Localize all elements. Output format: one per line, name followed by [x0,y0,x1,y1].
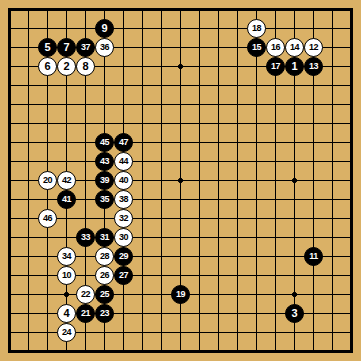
intersection-G7[interactable]: 30 [114,228,133,247]
intersection-R4[interactable] [304,285,323,304]
stone-white-38-G9[interactable]: 38 [114,190,133,209]
intersection-L9[interactable] [190,190,209,209]
intersection-H9[interactable] [133,190,152,209]
intersection-B19[interactable] [19,0,38,19]
intersection-J8[interactable] [152,209,171,228]
intersection-Q13[interactable] [285,114,304,133]
intersection-F4[interactable]: 25 [95,285,114,304]
intersection-G11[interactable]: 44 [114,152,133,171]
intersection-O8[interactable] [247,209,266,228]
intersection-B14[interactable] [19,95,38,114]
intersection-E18[interactable] [76,19,95,38]
intersection-R9[interactable] [304,190,323,209]
intersection-D6[interactable]: 34 [57,247,76,266]
stone-black-11-R6[interactable]: 11 [304,247,323,266]
intersection-H6[interactable] [133,247,152,266]
intersection-B13[interactable] [19,114,38,133]
intersection-G2[interactable] [114,323,133,342]
intersection-L7[interactable] [190,228,209,247]
intersection-C2[interactable] [38,323,57,342]
intersection-O6[interactable] [247,247,266,266]
intersection-J6[interactable] [152,247,171,266]
intersection-G10[interactable]: 40 [114,171,133,190]
intersection-K9[interactable] [171,190,190,209]
intersection-T1[interactable] [342,342,361,361]
intersection-D5[interactable]: 10 [57,266,76,285]
stone-white-10-D5[interactable]: 10 [57,266,76,285]
intersection-D12[interactable] [57,133,76,152]
intersection-O13[interactable] [247,114,266,133]
intersection-L6[interactable] [190,247,209,266]
intersection-N13[interactable] [228,114,247,133]
intersection-D7[interactable] [57,228,76,247]
intersection-Q12[interactable] [285,133,304,152]
intersection-H8[interactable] [133,209,152,228]
intersection-D17[interactable]: 7 [57,38,76,57]
intersection-F7[interactable]: 31 [95,228,114,247]
intersection-S12[interactable] [323,133,342,152]
stone-black-43-F11[interactable]: 43 [95,152,114,171]
intersection-A13[interactable] [0,114,19,133]
intersection-A16[interactable] [0,57,19,76]
intersection-Q11[interactable] [285,152,304,171]
intersection-N3[interactable] [228,304,247,323]
intersection-B4[interactable] [19,285,38,304]
intersection-O12[interactable] [247,133,266,152]
intersection-T6[interactable] [342,247,361,266]
intersection-Q16[interactable]: 1 [285,57,304,76]
intersection-P10[interactable] [266,171,285,190]
intersection-E9[interactable] [76,190,95,209]
intersection-C15[interactable] [38,76,57,95]
stone-white-32-G8[interactable]: 32 [114,209,133,228]
intersection-A5[interactable] [0,266,19,285]
stone-black-3-Q3[interactable]: 3 [285,304,304,323]
intersection-C10[interactable]: 20 [38,171,57,190]
intersection-K8[interactable] [171,209,190,228]
intersection-N7[interactable] [228,228,247,247]
intersection-M6[interactable] [209,247,228,266]
intersection-H5[interactable] [133,266,152,285]
intersection-A6[interactable] [0,247,19,266]
intersection-E5[interactable] [76,266,95,285]
intersection-M7[interactable] [209,228,228,247]
intersection-F16[interactable] [95,57,114,76]
intersection-O9[interactable] [247,190,266,209]
intersection-P3[interactable] [266,304,285,323]
intersection-E15[interactable] [76,76,95,95]
intersection-G14[interactable] [114,95,133,114]
intersection-J15[interactable] [152,76,171,95]
intersection-E2[interactable] [76,323,95,342]
intersection-O15[interactable] [247,76,266,95]
intersection-B6[interactable] [19,247,38,266]
intersection-C9[interactable] [38,190,57,209]
intersection-O5[interactable] [247,266,266,285]
intersection-S4[interactable] [323,285,342,304]
intersection-M17[interactable] [209,38,228,57]
stone-white-46-C8[interactable]: 46 [38,209,57,228]
intersection-G8[interactable]: 32 [114,209,133,228]
intersection-B8[interactable] [19,209,38,228]
intersection-B11[interactable] [19,152,38,171]
intersection-H16[interactable] [133,57,152,76]
intersection-F17[interactable]: 36 [95,38,114,57]
stone-black-29-G6[interactable]: 29 [114,247,133,266]
intersection-B17[interactable] [19,38,38,57]
intersection-M11[interactable] [209,152,228,171]
intersection-F9[interactable]: 35 [95,190,114,209]
intersection-F13[interactable] [95,114,114,133]
intersection-H11[interactable] [133,152,152,171]
intersection-O1[interactable] [247,342,266,361]
intersection-K16[interactable] [171,57,190,76]
intersection-P16[interactable]: 17 [266,57,285,76]
intersection-T2[interactable] [342,323,361,342]
intersection-O18[interactable]: 18 [247,19,266,38]
stone-black-47-G12[interactable]: 47 [114,133,133,152]
intersection-S16[interactable] [323,57,342,76]
intersection-M5[interactable] [209,266,228,285]
intersection-B12[interactable] [19,133,38,152]
intersection-J2[interactable] [152,323,171,342]
stone-black-35-F9[interactable]: 35 [95,190,114,209]
intersection-M10[interactable] [209,171,228,190]
intersection-L4[interactable] [190,285,209,304]
stone-white-20-C10[interactable]: 20 [38,171,57,190]
stone-black-23-F3[interactable]: 23 [95,304,114,323]
intersection-E1[interactable] [76,342,95,361]
intersection-Q7[interactable] [285,228,304,247]
intersection-C17[interactable]: 5 [38,38,57,57]
intersection-S6[interactable] [323,247,342,266]
intersection-C6[interactable] [38,247,57,266]
intersection-K14[interactable] [171,95,190,114]
intersection-H7[interactable] [133,228,152,247]
intersection-M8[interactable] [209,209,228,228]
intersection-T19[interactable] [342,0,361,19]
intersection-H17[interactable] [133,38,152,57]
intersection-R13[interactable] [304,114,323,133]
intersection-J18[interactable] [152,19,171,38]
intersection-K15[interactable] [171,76,190,95]
intersection-L2[interactable] [190,323,209,342]
intersection-Q4[interactable] [285,285,304,304]
intersection-B9[interactable] [19,190,38,209]
intersection-F2[interactable] [95,323,114,342]
stone-black-17-P16[interactable]: 17 [266,57,285,76]
intersection-M14[interactable] [209,95,228,114]
intersection-P7[interactable] [266,228,285,247]
intersection-H3[interactable] [133,304,152,323]
intersection-B7[interactable] [19,228,38,247]
intersection-D10[interactable]: 42 [57,171,76,190]
intersection-D19[interactable] [57,0,76,19]
intersection-F1[interactable] [95,342,114,361]
intersection-A12[interactable] [0,133,19,152]
intersection-J19[interactable] [152,0,171,19]
intersection-A15[interactable] [0,76,19,95]
intersection-A3[interactable] [0,304,19,323]
intersection-H12[interactable] [133,133,152,152]
intersection-S14[interactable] [323,95,342,114]
intersection-O4[interactable] [247,285,266,304]
intersection-P12[interactable] [266,133,285,152]
intersection-N15[interactable] [228,76,247,95]
intersection-J12[interactable] [152,133,171,152]
intersection-S10[interactable] [323,171,342,190]
intersection-L16[interactable] [190,57,209,76]
intersection-M13[interactable] [209,114,228,133]
intersection-K5[interactable] [171,266,190,285]
intersection-H10[interactable] [133,171,152,190]
intersection-Q8[interactable] [285,209,304,228]
intersection-R7[interactable] [304,228,323,247]
intersection-E11[interactable] [76,152,95,171]
stone-black-19-K4[interactable]: 19 [171,285,190,304]
intersection-P1[interactable] [266,342,285,361]
intersection-R15[interactable] [304,76,323,95]
stone-black-31-F7[interactable]: 31 [95,228,114,247]
intersection-R2[interactable] [304,323,323,342]
stone-black-33-E7[interactable]: 33 [76,228,95,247]
intersection-N6[interactable] [228,247,247,266]
intersection-T10[interactable] [342,171,361,190]
intersection-D15[interactable] [57,76,76,95]
stone-black-5-C17[interactable]: 5 [38,38,57,57]
stone-black-15-O17[interactable]: 15 [247,38,266,57]
intersection-C12[interactable] [38,133,57,152]
stone-white-2-D16[interactable]: 2 [57,57,76,76]
intersection-Q14[interactable] [285,95,304,114]
intersection-D2[interactable]: 24 [57,323,76,342]
intersection-C1[interactable] [38,342,57,361]
intersection-A4[interactable] [0,285,19,304]
intersection-R14[interactable] [304,95,323,114]
intersection-K11[interactable] [171,152,190,171]
intersection-P9[interactable] [266,190,285,209]
stone-white-34-D6[interactable]: 34 [57,247,76,266]
intersection-R19[interactable] [304,0,323,19]
intersection-T3[interactable] [342,304,361,323]
intersection-E12[interactable] [76,133,95,152]
intersection-G12[interactable]: 47 [114,133,133,152]
intersection-Q3[interactable]: 3 [285,304,304,323]
intersection-R16[interactable]: 13 [304,57,323,76]
intersection-J7[interactable] [152,228,171,247]
intersection-C7[interactable] [38,228,57,247]
intersection-N4[interactable] [228,285,247,304]
intersection-P17[interactable]: 16 [266,38,285,57]
stone-white-42-D10[interactable]: 42 [57,171,76,190]
intersection-G9[interactable]: 38 [114,190,133,209]
intersection-T11[interactable] [342,152,361,171]
stone-white-28-F6[interactable]: 28 [95,247,114,266]
intersection-M4[interactable] [209,285,228,304]
intersection-P2[interactable] [266,323,285,342]
intersection-L8[interactable] [190,209,209,228]
stone-black-9-F18[interactable]: 9 [95,19,114,38]
intersection-P14[interactable] [266,95,285,114]
intersection-F10[interactable]: 39 [95,171,114,190]
intersection-C18[interactable] [38,19,57,38]
intersection-E10[interactable] [76,171,95,190]
intersection-O19[interactable] [247,0,266,19]
intersection-N5[interactable] [228,266,247,285]
intersection-G19[interactable] [114,0,133,19]
intersection-T13[interactable] [342,114,361,133]
intersection-J17[interactable] [152,38,171,57]
intersection-K13[interactable] [171,114,190,133]
intersection-L5[interactable] [190,266,209,285]
intersection-H15[interactable] [133,76,152,95]
intersection-C3[interactable] [38,304,57,323]
intersection-P15[interactable] [266,76,285,95]
intersection-F19[interactable] [95,0,114,19]
intersection-E19[interactable] [76,0,95,19]
stone-white-6-C16[interactable]: 6 [38,57,57,76]
intersection-K10[interactable] [171,171,190,190]
intersection-J9[interactable] [152,190,171,209]
intersection-F8[interactable] [95,209,114,228]
stone-black-45-F12[interactable]: 45 [95,133,114,152]
intersection-T9[interactable] [342,190,361,209]
intersection-E3[interactable]: 21 [76,304,95,323]
intersection-K1[interactable] [171,342,190,361]
intersection-S9[interactable] [323,190,342,209]
intersection-A19[interactable] [0,0,19,19]
intersection-N11[interactable] [228,152,247,171]
intersection-K7[interactable] [171,228,190,247]
intersection-T12[interactable] [342,133,361,152]
intersection-O14[interactable] [247,95,266,114]
intersection-S2[interactable] [323,323,342,342]
intersection-G3[interactable] [114,304,133,323]
intersection-L19[interactable] [190,0,209,19]
intersection-H19[interactable] [133,0,152,19]
stone-black-25-F4[interactable]: 25 [95,285,114,304]
intersection-L1[interactable] [190,342,209,361]
intersection-R1[interactable] [304,342,323,361]
intersection-Q1[interactable] [285,342,304,361]
intersection-S7[interactable] [323,228,342,247]
intersection-F3[interactable]: 23 [95,304,114,323]
intersection-P11[interactable] [266,152,285,171]
intersection-R10[interactable] [304,171,323,190]
intersection-H1[interactable] [133,342,152,361]
intersection-B2[interactable] [19,323,38,342]
intersection-D1[interactable] [57,342,76,361]
intersection-D13[interactable] [57,114,76,133]
intersection-E8[interactable] [76,209,95,228]
intersection-N8[interactable] [228,209,247,228]
intersection-L3[interactable] [190,304,209,323]
intersection-C4[interactable] [38,285,57,304]
intersection-P8[interactable] [266,209,285,228]
intersection-C13[interactable] [38,114,57,133]
intersection-F15[interactable] [95,76,114,95]
intersection-O17[interactable]: 15 [247,38,266,57]
stone-white-8-E16[interactable]: 8 [76,57,95,76]
intersection-M3[interactable] [209,304,228,323]
intersection-M2[interactable] [209,323,228,342]
intersection-G13[interactable] [114,114,133,133]
intersection-F6[interactable]: 28 [95,247,114,266]
stone-white-18-O18[interactable]: 18 [247,19,266,38]
intersection-F14[interactable] [95,95,114,114]
intersection-K19[interactable] [171,0,190,19]
intersection-D18[interactable] [57,19,76,38]
intersection-S19[interactable] [323,0,342,19]
intersection-J1[interactable] [152,342,171,361]
intersection-Q2[interactable] [285,323,304,342]
intersection-C5[interactable] [38,266,57,285]
intersection-P5[interactable] [266,266,285,285]
intersection-Q18[interactable] [285,19,304,38]
intersection-L14[interactable] [190,95,209,114]
stone-white-44-G11[interactable]: 44 [114,152,133,171]
intersection-A18[interactable] [0,19,19,38]
intersection-S15[interactable] [323,76,342,95]
stone-black-1-Q16[interactable]: 1 [285,57,304,76]
intersection-R8[interactable] [304,209,323,228]
intersection-F11[interactable]: 43 [95,152,114,171]
intersection-S1[interactable] [323,342,342,361]
intersection-D8[interactable] [57,209,76,228]
intersection-S5[interactable] [323,266,342,285]
intersection-B10[interactable] [19,171,38,190]
intersection-N10[interactable] [228,171,247,190]
intersection-G15[interactable] [114,76,133,95]
stone-white-12-R17[interactable]: 12 [304,38,323,57]
stone-black-21-E3[interactable]: 21 [76,304,95,323]
stone-black-39-F10[interactable]: 39 [95,171,114,190]
intersection-T7[interactable] [342,228,361,247]
intersection-S13[interactable] [323,114,342,133]
intersection-T5[interactable] [342,266,361,285]
intersection-B1[interactable] [19,342,38,361]
intersection-Q17[interactable]: 14 [285,38,304,57]
intersection-G6[interactable]: 29 [114,247,133,266]
intersection-D3[interactable]: 4 [57,304,76,323]
intersection-R17[interactable]: 12 [304,38,323,57]
intersection-L12[interactable] [190,133,209,152]
intersection-N17[interactable] [228,38,247,57]
intersection-P4[interactable] [266,285,285,304]
intersection-P6[interactable] [266,247,285,266]
intersection-D9[interactable]: 41 [57,190,76,209]
intersection-P18[interactable] [266,19,285,38]
intersection-H2[interactable] [133,323,152,342]
intersection-A17[interactable] [0,38,19,57]
intersection-C11[interactable] [38,152,57,171]
intersection-N1[interactable] [228,342,247,361]
intersection-N18[interactable] [228,19,247,38]
intersection-H18[interactable] [133,19,152,38]
intersection-E4[interactable]: 22 [76,285,95,304]
intersection-J16[interactable] [152,57,171,76]
intersection-A7[interactable] [0,228,19,247]
intersection-O10[interactable] [247,171,266,190]
intersection-N2[interactable] [228,323,247,342]
stone-black-13-R16[interactable]: 13 [304,57,323,76]
intersection-K2[interactable] [171,323,190,342]
intersection-R12[interactable] [304,133,323,152]
intersection-J10[interactable] [152,171,171,190]
intersection-N16[interactable] [228,57,247,76]
intersection-A11[interactable] [0,152,19,171]
intersection-D14[interactable] [57,95,76,114]
